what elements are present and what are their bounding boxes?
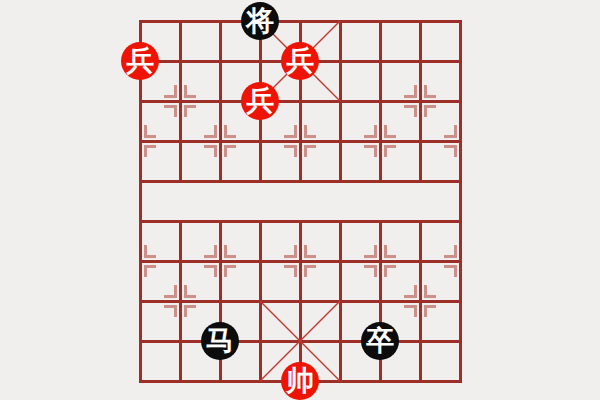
point-b10[interactable] <box>160 1 200 41</box>
point-h9[interactable] <box>400 41 440 81</box>
point-e6[interactable] <box>280 161 320 201</box>
xiangqi-diagram: 将兵兵兵马卒帅 <box>0 0 600 400</box>
point-a4[interactable] <box>120 241 160 281</box>
point-f3[interactable] <box>320 281 360 321</box>
point-f2[interactable] <box>320 321 360 361</box>
point-i1[interactable] <box>440 361 480 400</box>
point-i5[interactable] <box>440 201 480 241</box>
point-h8[interactable] <box>400 81 440 121</box>
point-f1[interactable] <box>320 361 360 400</box>
red-general[interactable]: 帅 <box>281 362 319 400</box>
point-g6[interactable] <box>360 161 400 201</box>
point-d8[interactable]: 兵 <box>240 81 280 121</box>
point-d4[interactable] <box>240 241 280 281</box>
point-h6[interactable] <box>400 161 440 201</box>
point-f7[interactable] <box>320 121 360 161</box>
point-h2[interactable] <box>400 321 440 361</box>
point-c1[interactable] <box>200 361 240 400</box>
point-d10[interactable]: 将 <box>240 1 280 41</box>
black-general[interactable]: 将 <box>241 2 279 40</box>
point-e7[interactable] <box>280 121 320 161</box>
point-i4[interactable] <box>440 241 480 281</box>
black-horse[interactable]: 马 <box>201 322 239 360</box>
point-d7[interactable] <box>240 121 280 161</box>
red-soldier-a[interactable]: 兵 <box>121 42 159 80</box>
red-soldier-c[interactable]: 兵 <box>241 82 279 120</box>
point-b2[interactable] <box>160 321 200 361</box>
point-c6[interactable] <box>200 161 240 201</box>
point-d2[interactable] <box>240 321 280 361</box>
point-f5[interactable] <box>320 201 360 241</box>
point-f4[interactable] <box>320 241 360 281</box>
point-f8[interactable] <box>320 81 360 121</box>
point-d3[interactable] <box>240 281 280 321</box>
point-h3[interactable] <box>400 281 440 321</box>
point-b9[interactable] <box>160 41 200 81</box>
black-soldier[interactable]: 卒 <box>361 322 399 360</box>
point-c8[interactable] <box>200 81 240 121</box>
point-a10[interactable] <box>120 1 160 41</box>
point-c10[interactable] <box>200 1 240 41</box>
point-a6[interactable] <box>120 161 160 201</box>
point-f6[interactable] <box>320 161 360 201</box>
point-c9[interactable] <box>200 41 240 81</box>
point-h5[interactable] <box>400 201 440 241</box>
point-i10[interactable] <box>440 1 480 41</box>
point-h10[interactable] <box>400 1 440 41</box>
xiangqi-board: 将兵兵兵马卒帅 <box>120 1 480 400</box>
point-d5[interactable] <box>240 201 280 241</box>
point-g10[interactable] <box>360 1 400 41</box>
point-a7[interactable] <box>120 121 160 161</box>
point-e1[interactable]: 帅 <box>280 361 320 400</box>
point-a8[interactable] <box>120 81 160 121</box>
point-h1[interactable] <box>400 361 440 400</box>
point-i6[interactable] <box>440 161 480 201</box>
point-i7[interactable] <box>440 121 480 161</box>
point-e10[interactable] <box>280 1 320 41</box>
point-e2[interactable] <box>280 321 320 361</box>
point-e5[interactable] <box>280 201 320 241</box>
point-g5[interactable] <box>360 201 400 241</box>
point-b6[interactable] <box>160 161 200 201</box>
point-h7[interactable] <box>400 121 440 161</box>
point-b7[interactable] <box>160 121 200 161</box>
point-a5[interactable] <box>120 201 160 241</box>
point-d9[interactable] <box>240 41 280 81</box>
point-c4[interactable] <box>200 241 240 281</box>
point-b5[interactable] <box>160 201 200 241</box>
point-f10[interactable] <box>320 1 360 41</box>
point-b8[interactable] <box>160 81 200 121</box>
point-i3[interactable] <box>440 281 480 321</box>
red-soldier-b[interactable]: 兵 <box>281 42 319 80</box>
point-e9[interactable]: 兵 <box>280 41 320 81</box>
point-c3[interactable] <box>200 281 240 321</box>
point-c2[interactable]: 马 <box>200 321 240 361</box>
point-c7[interactable] <box>200 121 240 161</box>
point-b3[interactable] <box>160 281 200 321</box>
point-b1[interactable] <box>160 361 200 400</box>
point-i8[interactable] <box>440 81 480 121</box>
point-g4[interactable] <box>360 241 400 281</box>
point-e4[interactable] <box>280 241 320 281</box>
point-c5[interactable] <box>200 201 240 241</box>
point-g8[interactable] <box>360 81 400 121</box>
point-g1[interactable] <box>360 361 400 400</box>
point-g2[interactable]: 卒 <box>360 321 400 361</box>
point-i9[interactable] <box>440 41 480 81</box>
point-a1[interactable] <box>120 361 160 400</box>
point-h4[interactable] <box>400 241 440 281</box>
point-a3[interactable] <box>120 281 160 321</box>
point-g7[interactable] <box>360 121 400 161</box>
point-g3[interactable] <box>360 281 400 321</box>
point-f9[interactable] <box>320 41 360 81</box>
point-g9[interactable] <box>360 41 400 81</box>
point-e8[interactable] <box>280 81 320 121</box>
point-a2[interactable] <box>120 321 160 361</box>
point-d1[interactable] <box>240 361 280 400</box>
point-i2[interactable] <box>440 321 480 361</box>
point-a9[interactable]: 兵 <box>120 41 160 81</box>
point-d6[interactable] <box>240 161 280 201</box>
point-e3[interactable] <box>280 281 320 321</box>
point-b4[interactable] <box>160 241 200 281</box>
